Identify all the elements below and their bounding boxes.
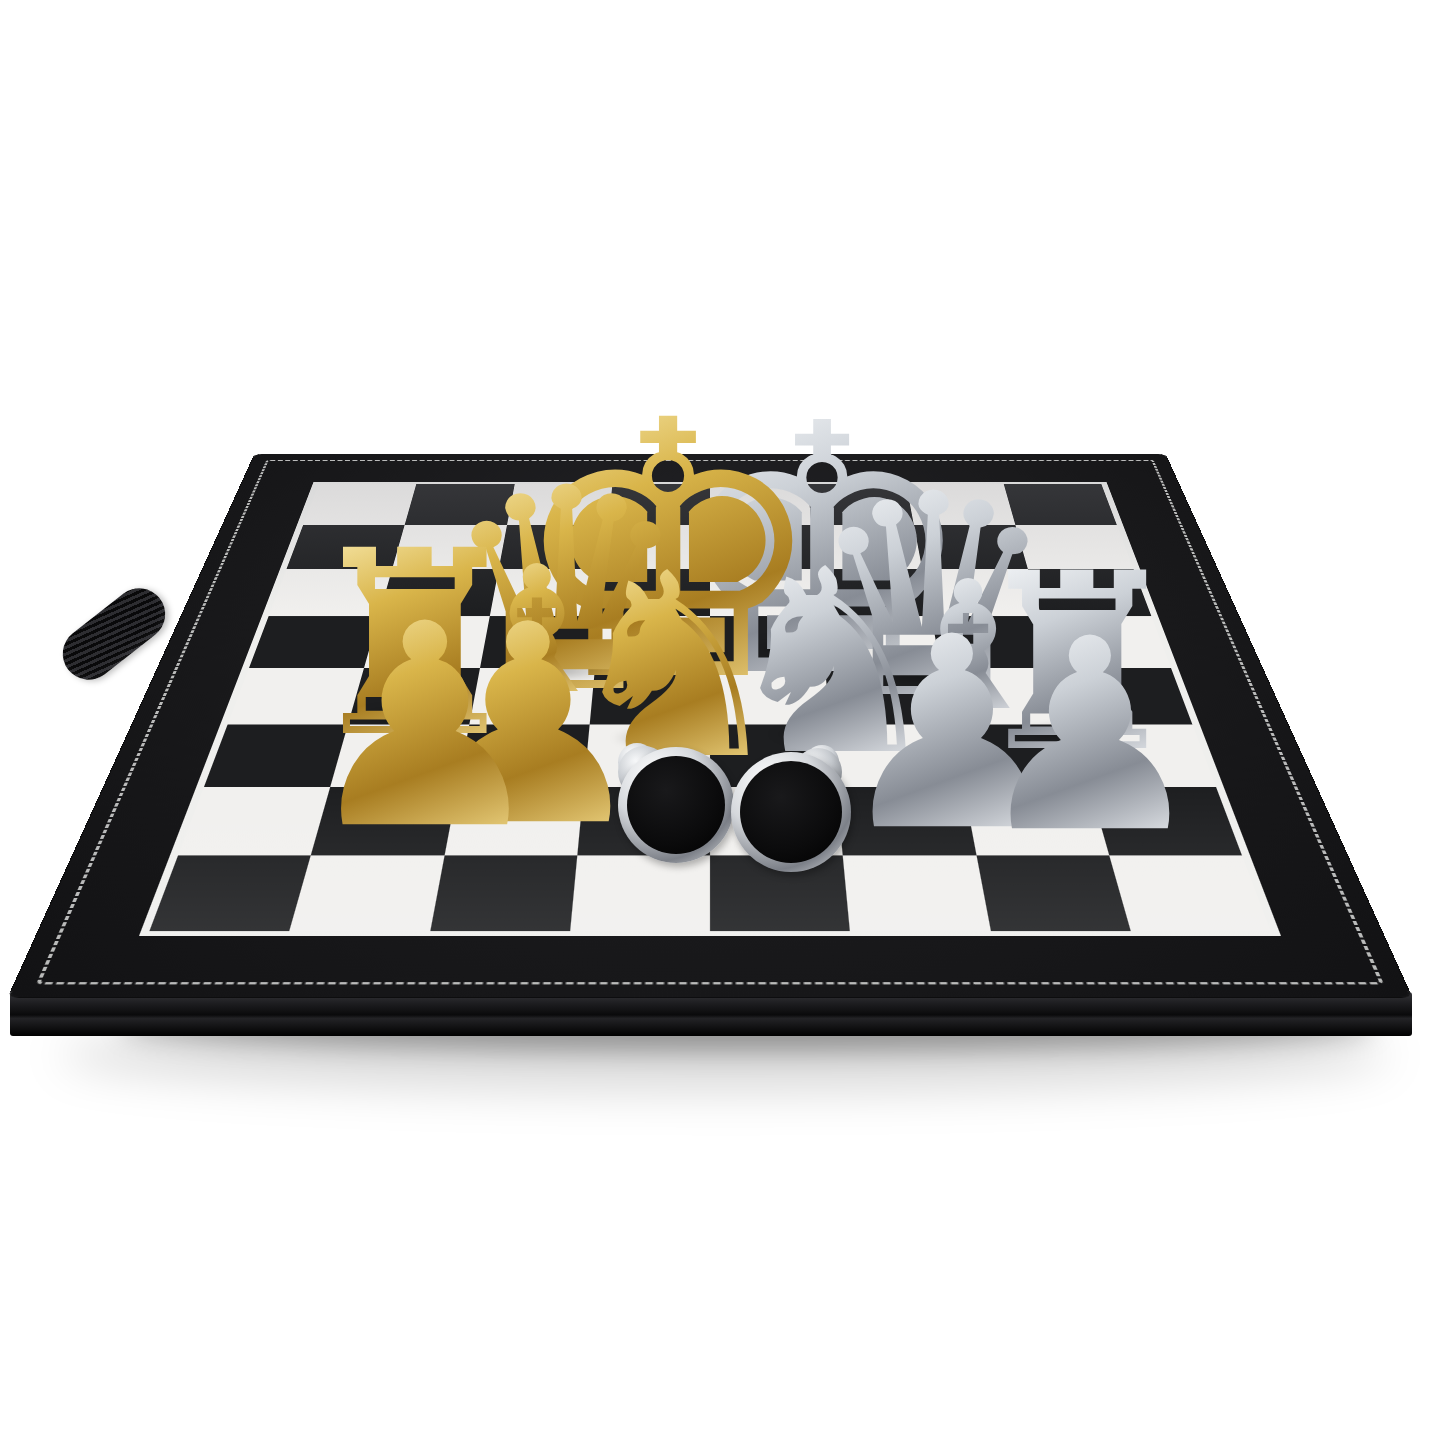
pieces-layer: ♜♟♝♟♛♚♞♚♞♛♝♟♜♟ [0, 0, 1445, 1445]
product-photo-scene: ♜♟♝♟♛♚♞♚♞♛♝♟♜♟ [0, 0, 1445, 1445]
piece-silver-pawn-h3[interactable]: ♟ [958, 604, 1223, 869]
fallen-piece-felt-base [740, 761, 842, 863]
piece-gold-pawn-b3[interactable]: ♟ [285, 587, 565, 867]
